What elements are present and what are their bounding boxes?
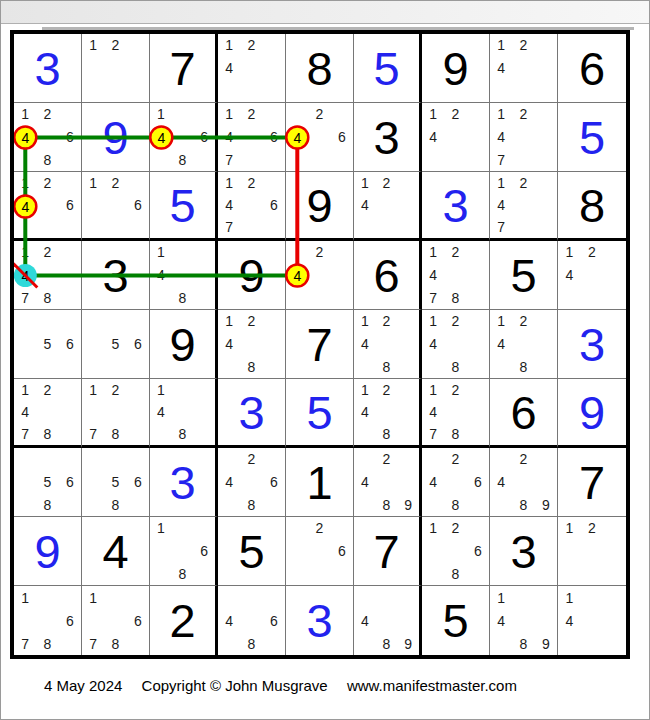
- candidate-4: 4: [218, 333, 240, 356]
- candidates: 2468: [218, 448, 285, 516]
- cell-r7c7[interactable]: 2468: [422, 448, 490, 517]
- candidate-1: 1: [14, 379, 36, 401]
- candidates: 148: [150, 241, 215, 309]
- candidate-8: 8: [444, 493, 466, 516]
- cell-r6c8[interactable]: 6: [490, 379, 558, 448]
- cell-r2c1[interactable]: 12468: [14, 103, 82, 172]
- candidates: 12478: [14, 379, 81, 445]
- entered-digit: 5: [286, 379, 353, 445]
- candidate-1: 1: [490, 310, 512, 333]
- candidates: 2468: [422, 448, 489, 516]
- candidate-1: 1: [82, 379, 104, 401]
- cell-r9c5[interactable]: 3: [286, 586, 354, 655]
- cell-r2c4[interactable]: 12467: [218, 103, 286, 172]
- candidates: 168: [150, 517, 215, 585]
- candidate-2: 2: [104, 34, 126, 57]
- candidate-4: 4: [490, 126, 512, 149]
- candidates: 148: [150, 379, 215, 445]
- entered-digit: 3: [150, 448, 215, 516]
- candidate-2: 2: [512, 34, 534, 57]
- candidate-8: 8: [172, 562, 194, 585]
- cell-r2c7[interactable]: 124: [422, 103, 490, 172]
- candidate-4: 4: [490, 471, 512, 494]
- candidate-6: 6: [263, 194, 285, 216]
- given-digit: 6: [558, 34, 626, 102]
- candidate-2: 2: [444, 517, 466, 540]
- cell-r6c6[interactable]: 1248: [354, 379, 422, 448]
- cell-r5c1[interactable]: 56: [14, 310, 82, 379]
- cell-r2c6[interactable]: 3: [354, 103, 422, 172]
- candidates: 1489: [490, 586, 557, 655]
- candidate-2: 2: [240, 310, 262, 333]
- candidates: 56: [82, 310, 149, 378]
- entered-digit: 9: [82, 103, 149, 171]
- candidate-6: 6: [263, 126, 285, 149]
- candidate-1: 1: [558, 586, 581, 609]
- cell-r5c7[interactable]: 1248: [422, 310, 490, 379]
- cell-r3c7[interactable]: 3: [422, 172, 490, 241]
- candidate-2: 2: [444, 448, 466, 471]
- cell-r4c3[interactable]: 148: [150, 241, 218, 310]
- candidate-2: 2: [512, 172, 534, 194]
- given-digit: 2: [150, 586, 215, 655]
- cell-r5c9[interactable]: 3: [558, 310, 626, 379]
- footer-website[interactable]: www.manifestmaster.com: [347, 677, 517, 694]
- entered-digit: 3: [218, 379, 285, 445]
- candidate-1: 1: [14, 172, 36, 194]
- cell-r4c9[interactable]: 124: [558, 241, 626, 310]
- cell-r3c8[interactable]: 1247: [490, 172, 558, 241]
- given-digit: 7: [354, 517, 419, 585]
- cell-r4c2[interactable]: 3: [82, 241, 150, 310]
- candidate-4: 4: [150, 264, 172, 287]
- candidates: 26: [286, 517, 353, 585]
- cell-r8c9[interactable]: 12: [558, 517, 626, 586]
- cell-r9c1[interactable]: 1678: [14, 586, 82, 655]
- sudoku-board: 3127124859124612468914681246724631241247…: [10, 30, 630, 659]
- candidate-1: 1: [218, 103, 240, 126]
- cell-r8c3[interactable]: 168: [150, 517, 218, 586]
- candidate-2: 2: [240, 34, 262, 57]
- candidate-1: 1: [558, 517, 581, 540]
- candidates: 1278: [82, 379, 149, 445]
- entered-digit: 9: [558, 379, 626, 445]
- candidate-2: 2: [444, 379, 466, 401]
- candidates: 56: [14, 310, 81, 378]
- cell-r2c9[interactable]: 5: [558, 103, 626, 172]
- cell-r8c5[interactable]: 26: [286, 517, 354, 586]
- candidate-6: 6: [127, 471, 149, 494]
- entered-digit: 3: [14, 34, 81, 102]
- candidate-1: 1: [150, 517, 172, 540]
- cell-r2c5[interactable]: 246: [286, 103, 354, 172]
- candidate-8: 8: [172, 423, 194, 445]
- candidate-7: 7: [82, 632, 104, 655]
- cell-r1c4[interactable]: 124: [218, 34, 286, 103]
- candidate-2: 2: [581, 241, 604, 264]
- cell-r6c3[interactable]: 148: [150, 379, 218, 448]
- cell-r7c9[interactable]: 7: [558, 448, 626, 517]
- candidate-8: 8: [444, 562, 466, 585]
- cell-r5c2[interactable]: 56: [82, 310, 150, 379]
- candidate-1: 1: [150, 379, 172, 401]
- cell-r3c9[interactable]: 8: [558, 172, 626, 241]
- given-digit: 6: [354, 241, 419, 309]
- candidate-4: 4: [14, 126, 36, 149]
- candidate-1: 1: [490, 586, 512, 609]
- cell-r9c3[interactable]: 2: [150, 586, 218, 655]
- candidates: 1248: [354, 379, 419, 445]
- candidate-8: 8: [36, 286, 58, 309]
- entered-digit: 3: [286, 586, 353, 655]
- entered-digit: 3: [422, 172, 489, 238]
- candidates: 124: [218, 34, 285, 102]
- cell-r8c4[interactable]: 5: [218, 517, 286, 586]
- given-digit: 4: [82, 517, 149, 585]
- candidate-7: 7: [218, 148, 240, 171]
- cell-r3c2[interactable]: 126: [82, 172, 150, 241]
- candidate-8: 8: [36, 493, 58, 516]
- candidate-2: 2: [376, 448, 398, 471]
- cell-r4c5[interactable]: 24: [286, 241, 354, 310]
- candidate-8: 8: [512, 632, 534, 655]
- candidate-1: 1: [14, 586, 36, 609]
- cell-r1c1[interactable]: 3: [14, 34, 82, 103]
- candidate-5: 5: [36, 333, 58, 356]
- candidate-6: 6: [331, 126, 353, 149]
- candidate-4: 4: [354, 194, 376, 216]
- candidates: 1248: [218, 310, 285, 378]
- given-digit: 3: [354, 103, 419, 171]
- candidates: 568: [82, 448, 149, 516]
- candidates: 1248: [422, 310, 489, 378]
- cell-r4c7[interactable]: 12478: [422, 241, 490, 310]
- candidate-1: 1: [558, 241, 581, 264]
- candidates: 468: [218, 586, 285, 655]
- cell-r5c6[interactable]: 1248: [354, 310, 422, 379]
- candidate-8: 8: [36, 632, 58, 655]
- candidates: 1678: [82, 586, 149, 655]
- candidate-4: 4: [150, 126, 172, 149]
- candidates: 2489: [354, 448, 419, 516]
- cell-r1c9[interactable]: 6: [558, 34, 626, 103]
- candidate-6: 6: [331, 540, 353, 563]
- candidate-6: 6: [127, 194, 149, 216]
- cell-r8c7[interactable]: 1268: [422, 517, 490, 586]
- candidate-6: 6: [193, 540, 215, 563]
- candidate-4: 4: [218, 609, 240, 632]
- cell-r8c8[interactable]: 3: [490, 517, 558, 586]
- cell-r6c1[interactable]: 12478: [14, 379, 82, 448]
- candidates: 1678: [14, 586, 81, 655]
- footer-date: 4 May 2024: [44, 677, 122, 694]
- candidate-2: 2: [308, 517, 330, 540]
- candidates: 1268: [422, 517, 489, 585]
- candidate-7: 7: [422, 423, 444, 445]
- candidate-2: 2: [512, 448, 534, 471]
- candidate-1: 1: [490, 172, 512, 194]
- cell-r9c7[interactable]: 5: [422, 586, 490, 655]
- candidates: 12467: [218, 103, 285, 171]
- candidates: 1247: [490, 103, 557, 171]
- candidate-2: 2: [308, 103, 330, 126]
- candidate-2: 2: [444, 241, 466, 264]
- cell-r1c8[interactable]: 124: [490, 34, 558, 103]
- cell-r2c2[interactable]: 9: [82, 103, 150, 172]
- entered-digit: 5: [150, 172, 215, 238]
- candidate-2: 2: [36, 379, 58, 401]
- entered-digit: 5: [558, 103, 626, 171]
- cell-r7c6[interactable]: 2489: [354, 448, 422, 517]
- cell-r7c3[interactable]: 3: [150, 448, 218, 517]
- candidate-1: 1: [14, 103, 36, 126]
- candidate-9: 9: [535, 632, 557, 655]
- candidate-8: 8: [444, 355, 466, 378]
- candidate-2: 2: [240, 172, 262, 194]
- given-digit: 9: [218, 241, 285, 309]
- given-digit: 3: [82, 241, 149, 309]
- candidate-4: 4: [422, 333, 444, 356]
- given-digit: 3: [490, 517, 557, 585]
- cell-r9c4[interactable]: 468: [218, 586, 286, 655]
- candidate-6: 6: [263, 609, 285, 632]
- entered-digit: 3: [558, 310, 626, 378]
- candidate-4: 4: [218, 471, 240, 494]
- candidate-4: 4: [422, 401, 444, 423]
- candidate-4: 4: [490, 57, 512, 80]
- given-digit: 5: [490, 241, 557, 309]
- candidate-8: 8: [104, 423, 126, 445]
- candidate-4: 4: [354, 471, 376, 494]
- candidate-4: 4: [354, 609, 376, 632]
- candidate-2: 2: [444, 310, 466, 333]
- candidate-8: 8: [512, 355, 534, 378]
- candidate-8: 8: [104, 493, 126, 516]
- footer-copyright: Copyright © John Musgrave: [142, 677, 328, 694]
- entered-digit: 9: [14, 517, 81, 585]
- candidate-4: 4: [490, 609, 512, 632]
- candidate-1: 1: [422, 517, 444, 540]
- candidate-8: 8: [444, 286, 466, 309]
- candidate-6: 6: [127, 609, 149, 632]
- cell-r1c3[interactable]: 7: [150, 34, 218, 103]
- candidate-1: 1: [14, 241, 36, 264]
- candidates: 124: [558, 241, 626, 309]
- candidate-8: 8: [104, 632, 126, 655]
- cell-r3c5[interactable]: 9: [286, 172, 354, 241]
- cell-r9c9[interactable]: 14: [558, 586, 626, 655]
- candidates: 1468: [150, 103, 215, 171]
- candidates: 124: [354, 172, 419, 238]
- candidate-4: 4: [422, 126, 444, 149]
- candidate-7: 7: [14, 286, 36, 309]
- candidate-6: 6: [127, 333, 149, 356]
- candidate-1: 1: [82, 34, 104, 57]
- candidate-5: 5: [104, 471, 126, 494]
- sudoku-app-window: 3127124859124612468914681246724631241247…: [0, 0, 650, 720]
- candidates: 1248: [490, 310, 557, 378]
- cell-r7c5[interactable]: 1: [286, 448, 354, 517]
- cell-r4c8[interactable]: 5: [490, 241, 558, 310]
- cell-r7c2[interactable]: 568: [82, 448, 150, 517]
- cell-r2c8[interactable]: 1247: [490, 103, 558, 172]
- candidate-1: 1: [490, 103, 512, 126]
- candidate-2: 2: [36, 103, 58, 126]
- candidates: 24: [286, 241, 353, 309]
- cell-r6c5[interactable]: 5: [286, 379, 354, 448]
- candidate-9: 9: [535, 493, 557, 516]
- cell-r1c6[interactable]: 5: [354, 34, 422, 103]
- cell-r6c4[interactable]: 3: [218, 379, 286, 448]
- candidate-6: 6: [59, 609, 81, 632]
- candidate-6: 6: [59, 333, 81, 356]
- candidate-2: 2: [512, 103, 534, 126]
- candidate-7: 7: [490, 216, 512, 238]
- cell-r6c2[interactable]: 1278: [82, 379, 150, 448]
- candidates: 124: [490, 34, 557, 102]
- candidate-2: 2: [376, 379, 398, 401]
- candidate-4: 4: [354, 333, 376, 356]
- candidate-8: 8: [36, 423, 58, 445]
- candidate-8: 8: [240, 493, 262, 516]
- candidate-4: 4: [422, 471, 444, 494]
- candidates: 12467: [218, 172, 285, 238]
- candidate-4: 4: [558, 264, 581, 287]
- given-digit: 5: [422, 586, 489, 655]
- candidate-4: 4: [14, 194, 36, 216]
- cell-r3c3[interactable]: 5: [150, 172, 218, 241]
- cell-r2c3[interactable]: 1468: [150, 103, 218, 172]
- cell-r5c4[interactable]: 1248: [218, 310, 286, 379]
- candidate-1: 1: [150, 241, 172, 264]
- cell-r8c2[interactable]: 4: [82, 517, 150, 586]
- cell-r5c8[interactable]: 1248: [490, 310, 558, 379]
- candidates: 12: [558, 517, 626, 585]
- footer: 4 May 2024 Copyright © John Musgrave www…: [44, 677, 532, 694]
- cell-r8c6[interactable]: 7: [354, 517, 422, 586]
- titlebar: [1, 1, 649, 24]
- candidate-1: 1: [422, 379, 444, 401]
- candidate-4: 4: [218, 57, 240, 80]
- given-digit: 9: [422, 34, 489, 102]
- candidate-8: 8: [240, 632, 262, 655]
- candidate-2: 2: [240, 103, 262, 126]
- candidate-8: 8: [172, 286, 194, 309]
- given-digit: 9: [286, 172, 353, 238]
- candidate-7: 7: [490, 148, 512, 171]
- candidate-1: 1: [354, 379, 376, 401]
- cell-r9c6[interactable]: 489: [354, 586, 422, 655]
- candidate-7: 7: [14, 632, 36, 655]
- candidate-8: 8: [172, 148, 194, 171]
- candidate-9: 9: [397, 493, 419, 516]
- candidate-8: 8: [36, 148, 58, 171]
- candidate-8: 8: [376, 632, 398, 655]
- cell-r7c1[interactable]: 568: [14, 448, 82, 517]
- cell-r7c8[interactable]: 2489: [490, 448, 558, 517]
- candidates: 2489: [490, 448, 557, 516]
- candidate-2: 2: [376, 310, 398, 333]
- candidate-8: 8: [376, 355, 398, 378]
- sudoku-grid: 3127124859124612468914681246724631241247…: [14, 34, 626, 655]
- cell-r1c7[interactable]: 9: [422, 34, 490, 103]
- cell-r6c9[interactable]: 9: [558, 379, 626, 448]
- candidate-2: 2: [36, 241, 58, 264]
- cell-r1c5[interactable]: 8: [286, 34, 354, 103]
- candidate-2: 2: [512, 310, 534, 333]
- candidate-5: 5: [36, 471, 58, 494]
- candidate-4: 4: [422, 264, 444, 287]
- candidate-8: 8: [444, 423, 466, 445]
- candidate-4: 4: [286, 126, 308, 149]
- given-digit: 8: [558, 172, 626, 238]
- candidate-4: 4: [14, 401, 36, 423]
- candidate-4: 4: [354, 401, 376, 423]
- cell-r8c1[interactable]: 9: [14, 517, 82, 586]
- candidate-2: 2: [376, 172, 398, 194]
- cell-r4c1[interactable]: 12478: [14, 241, 82, 310]
- cell-r4c4[interactable]: 9: [218, 241, 286, 310]
- candidate-4: 4: [150, 401, 172, 423]
- candidate-4: 4: [286, 264, 308, 287]
- given-digit: 8: [286, 34, 353, 102]
- candidate-4: 4: [490, 333, 512, 356]
- candidate-6: 6: [467, 471, 489, 494]
- candidate-6: 6: [59, 194, 81, 216]
- candidate-1: 1: [354, 310, 376, 333]
- cell-r3c6[interactable]: 124: [354, 172, 422, 241]
- candidate-7: 7: [14, 423, 36, 445]
- candidate-5: 5: [104, 333, 126, 356]
- candidate-1: 1: [422, 103, 444, 126]
- candidate-1: 1: [422, 241, 444, 264]
- candidates: 126: [82, 172, 149, 238]
- candidates: 14: [558, 586, 626, 655]
- candidate-8: 8: [376, 493, 398, 516]
- candidate-1: 1: [150, 103, 172, 126]
- given-digit: 7: [150, 34, 215, 102]
- candidate-8: 8: [512, 493, 534, 516]
- cell-r6c7[interactable]: 12478: [422, 379, 490, 448]
- candidate-4: 4: [14, 264, 36, 287]
- given-digit: 7: [558, 448, 626, 516]
- cell-r3c4[interactable]: 12467: [218, 172, 286, 241]
- cell-r9c8[interactable]: 1489: [490, 586, 558, 655]
- entered-digit: 5: [354, 34, 419, 102]
- candidate-2: 2: [581, 517, 604, 540]
- cell-r4c6[interactable]: 6: [354, 241, 422, 310]
- candidate-1: 1: [490, 34, 512, 57]
- candidate-1: 1: [218, 172, 240, 194]
- candidate-4: 4: [490, 194, 512, 216]
- cell-r1c2[interactable]: 12: [82, 34, 150, 103]
- cell-r5c5[interactable]: 7: [286, 310, 354, 379]
- cell-r7c4[interactable]: 2468: [218, 448, 286, 517]
- cell-r9c2[interactable]: 1678: [82, 586, 150, 655]
- candidates: 568: [14, 448, 81, 516]
- candidate-6: 6: [263, 471, 285, 494]
- candidate-4: 4: [218, 126, 240, 149]
- cell-r3c1[interactable]: 1246: [14, 172, 82, 241]
- candidate-7: 7: [218, 216, 240, 238]
- candidate-8: 8: [240, 355, 262, 378]
- candidates: 489: [354, 586, 419, 655]
- candidates: 12478: [422, 379, 489, 445]
- candidates: 246: [286, 103, 353, 171]
- given-digit: 5: [218, 517, 285, 585]
- cell-r5c3[interactable]: 9: [150, 310, 218, 379]
- candidate-2: 2: [444, 103, 466, 126]
